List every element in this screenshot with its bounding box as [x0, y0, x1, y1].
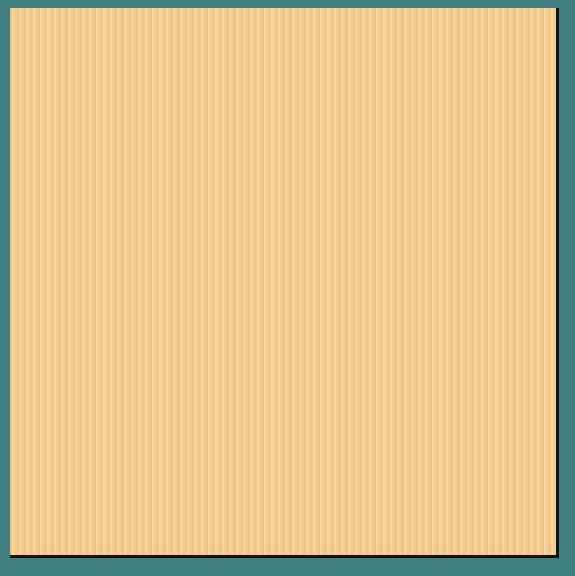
row-labels	[538, 7, 570, 554]
column-labels	[5, 557, 552, 573]
go-board[interactable]	[5, 7, 552, 554]
go-game-screenshot	[0, 0, 575, 576]
